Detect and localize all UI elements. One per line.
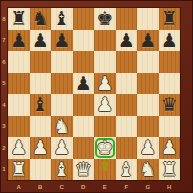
square-b2[interactable]: ♟ <box>30 137 52 159</box>
square-h3[interactable] <box>159 116 181 138</box>
square-g5[interactable] <box>137 73 159 95</box>
piece-white-queen[interactable]: ♛ <box>73 159 95 181</box>
piece-black-pawn[interactable]: ♟ <box>159 30 181 52</box>
square-f5[interactable] <box>116 73 138 95</box>
piece-white-pawn[interactable]: ♟ <box>159 137 181 159</box>
square-d3[interactable] <box>73 116 95 138</box>
piece-white-pawn[interactable]: ♟ <box>30 137 52 159</box>
square-f3[interactable] <box>116 116 138 138</box>
piece-white-rook[interactable]: ♜ <box>8 159 30 181</box>
square-g1[interactable]: ♞ <box>137 159 159 181</box>
square-f2[interactable] <box>116 137 138 159</box>
square-h8[interactable]: ♜ <box>159 8 181 30</box>
square-h1[interactable]: ♜ <box>159 159 181 181</box>
piece-white-knight[interactable]: ♞ <box>51 116 73 138</box>
file-label-g: G <box>137 180 159 193</box>
rank-label-1: 1 <box>0 159 8 181</box>
square-e8[interactable]: ♚ <box>94 8 116 30</box>
square-f4[interactable] <box>116 94 138 116</box>
square-h5[interactable] <box>159 73 181 95</box>
square-c2[interactable]: ♟ <box>51 137 73 159</box>
piece-white-pawn[interactable]: ♟ <box>51 137 73 159</box>
piece-white-pawn[interactable]: ♟ <box>94 94 116 116</box>
square-c6[interactable] <box>51 51 73 73</box>
square-f8[interactable] <box>116 8 138 30</box>
square-a4[interactable] <box>8 94 30 116</box>
square-c3[interactable]: ♞ <box>51 116 73 138</box>
piece-white-pawn[interactable]: ♟ <box>8 137 30 159</box>
move-arrow-icon <box>99 160 110 172</box>
chess-board: ♜♞♝♚♜♟♟♟♟♟♟♟♟♝♟♛♞♟♟♟♚♟♟♜♝♛♝♞♜ 87654321 A… <box>0 0 193 193</box>
square-d5[interactable]: ♟ <box>73 73 95 95</box>
square-f1[interactable]: ♝ <box>116 159 138 181</box>
square-b1[interactable] <box>30 159 52 181</box>
rank-label-3: 3 <box>0 116 8 138</box>
piece-black-pawn[interactable]: ♟ <box>137 30 159 52</box>
piece-white-knight[interactable]: ♞ <box>137 159 159 181</box>
piece-black-bishop[interactable]: ♝ <box>30 94 52 116</box>
square-e6[interactable] <box>94 51 116 73</box>
rank-label-6: 6 <box>0 51 8 73</box>
square-b5[interactable] <box>30 73 52 95</box>
piece-black-rook[interactable]: ♜ <box>8 8 30 30</box>
square-a1[interactable]: ♜ <box>8 159 30 181</box>
square-h7[interactable]: ♟ <box>159 30 181 52</box>
square-d4[interactable] <box>73 94 95 116</box>
file-label-a: A <box>8 180 30 193</box>
square-a6[interactable] <box>8 51 30 73</box>
square-f6[interactable] <box>116 51 138 73</box>
rank-label-4: 4 <box>0 94 8 116</box>
square-b4[interactable]: ♝ <box>30 94 52 116</box>
square-g2[interactable]: ♟ <box>137 137 159 159</box>
square-e3[interactable] <box>94 116 116 138</box>
square-h2[interactable]: ♟ <box>159 137 181 159</box>
square-e2[interactable]: ♚ <box>94 137 116 159</box>
file-label-h: H <box>159 180 181 193</box>
piece-black-knight[interactable]: ♞ <box>30 8 52 30</box>
piece-white-bishop[interactable]: ♝ <box>51 159 73 181</box>
square-g3[interactable] <box>137 116 159 138</box>
file-label-d: D <box>73 180 95 193</box>
piece-white-bishop[interactable]: ♝ <box>116 159 138 181</box>
piece-black-bishop[interactable]: ♝ <box>51 8 73 30</box>
file-label-e: E <box>94 180 116 193</box>
square-c8[interactable]: ♝ <box>51 8 73 30</box>
rank-label-8: 8 <box>0 8 8 30</box>
piece-white-rook[interactable]: ♜ <box>159 159 181 181</box>
square-f7[interactable]: ♟ <box>116 30 138 52</box>
rank-label-2: 2 <box>0 137 8 159</box>
square-a3[interactable] <box>8 116 30 138</box>
square-b8[interactable]: ♞ <box>30 8 52 30</box>
square-h6[interactable] <box>159 51 181 73</box>
square-d6[interactable] <box>73 51 95 73</box>
square-a8[interactable]: ♜ <box>8 8 30 30</box>
square-d2[interactable] <box>73 137 95 159</box>
square-a5[interactable] <box>8 73 30 95</box>
square-g6[interactable] <box>137 51 159 73</box>
square-e1[interactable] <box>94 159 116 181</box>
square-g7[interactable]: ♟ <box>137 30 159 52</box>
piece-white-pawn[interactable]: ♟ <box>137 137 159 159</box>
square-d8[interactable] <box>73 8 95 30</box>
square-d7[interactable] <box>73 30 95 52</box>
piece-black-pawn[interactable]: ♟ <box>30 30 52 52</box>
square-b3[interactable] <box>30 116 52 138</box>
square-b7[interactable]: ♟ <box>30 30 52 52</box>
square-a2[interactable]: ♟ <box>8 137 30 159</box>
square-d1[interactable]: ♛ <box>73 159 95 181</box>
square-g4[interactable] <box>137 94 159 116</box>
file-label-f: F <box>116 180 138 193</box>
square-c1[interactable]: ♝ <box>51 159 73 181</box>
piece-white-pawn[interactable]: ♟ <box>94 73 116 95</box>
rank-label-7: 7 <box>0 30 8 52</box>
square-e5[interactable]: ♟ <box>94 73 116 95</box>
square-e7[interactable] <box>94 30 116 52</box>
piece-black-pawn[interactable]: ♟ <box>8 30 30 52</box>
square-c4[interactable] <box>51 94 73 116</box>
square-c5[interactable] <box>51 73 73 95</box>
piece-black-rook[interactable]: ♜ <box>159 8 181 30</box>
square-a7[interactable]: ♟ <box>8 30 30 52</box>
board-squares: ♜♞♝♚♜♟♟♟♟♟♟♟♟♝♟♛♞♟♟♟♚♟♟♜♝♛♝♞♜ <box>8 8 180 180</box>
square-c7[interactable]: ♟ <box>51 30 73 52</box>
file-label-b: B <box>30 180 52 193</box>
file-label-c: C <box>51 180 73 193</box>
square-b6[interactable] <box>30 51 52 73</box>
piece-black-pawn[interactable]: ♟ <box>73 73 95 95</box>
square-h4[interactable]: ♛ <box>159 94 181 116</box>
piece-black-queen[interactable]: ♛ <box>159 94 181 116</box>
piece-black-pawn[interactable]: ♟ <box>51 30 73 52</box>
piece-black-king[interactable]: ♚ <box>94 8 116 30</box>
square-e4[interactable]: ♟ <box>94 94 116 116</box>
rank-label-5: 5 <box>0 73 8 95</box>
piece-white-king[interactable]: ♚ <box>94 137 116 159</box>
square-g8[interactable] <box>137 8 159 30</box>
piece-black-pawn[interactable]: ♟ <box>116 30 138 52</box>
